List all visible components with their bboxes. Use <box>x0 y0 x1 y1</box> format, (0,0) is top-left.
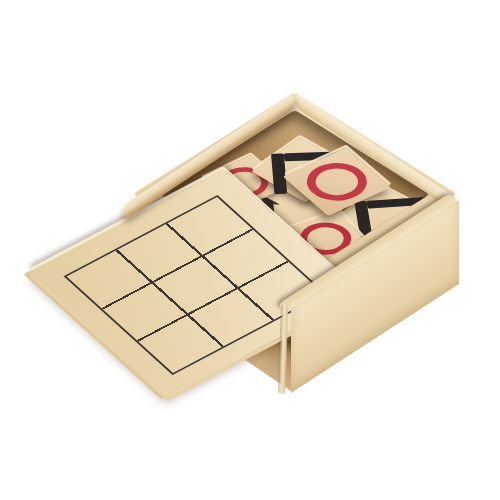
product-photo-scene <box>0 0 500 500</box>
